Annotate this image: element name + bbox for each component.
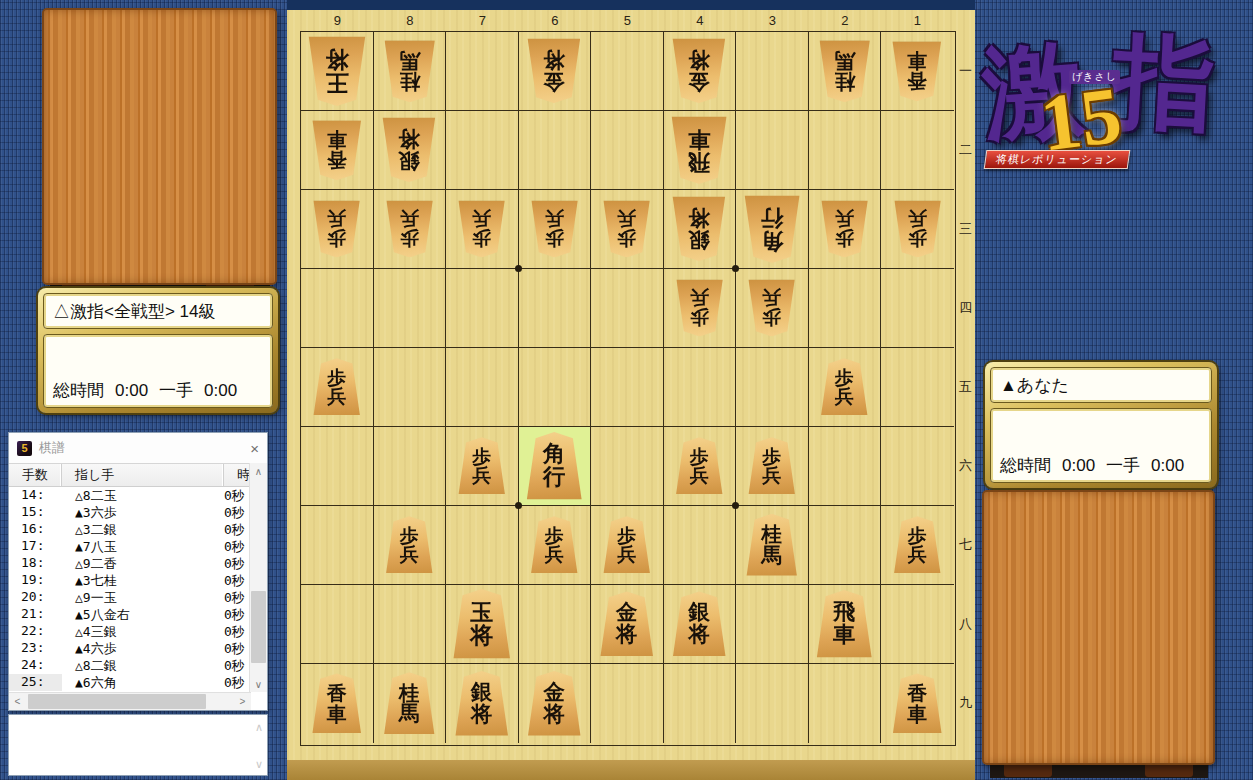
square-3六[interactable]: 歩兵 bbox=[736, 427, 809, 506]
piece-sente-銀将[interactable]: 銀将 bbox=[671, 591, 727, 656]
sente-komadai-foot-right bbox=[1145, 764, 1193, 777]
square-3七[interactable]: 桂馬 bbox=[736, 506, 809, 585]
square-7五[interactable] bbox=[446, 348, 519, 427]
vertical-scroll-thumb[interactable] bbox=[251, 591, 266, 663]
file-labels: 987654321 bbox=[301, 11, 954, 30]
square-6九[interactable]: 金将 bbox=[519, 664, 592, 743]
sente-total-time-value: 0:00 bbox=[1062, 456, 1095, 476]
square-3二[interactable] bbox=[736, 111, 809, 190]
gote-komadai[interactable] bbox=[42, 8, 277, 285]
square-4二[interactable]: 飛車 bbox=[664, 111, 737, 190]
square-8四[interactable] bbox=[374, 269, 447, 348]
gote-player-panel: △激指<全戦型> 14級 総時間 0:00 一手 0:00 bbox=[38, 288, 278, 413]
square-1一[interactable]: 香車 bbox=[881, 32, 954, 111]
square-8七[interactable]: 歩兵 bbox=[374, 506, 447, 585]
shogi-board: 987654321 一二三四五六七八九 王将桂馬金将金将桂馬香車香車銀将飛車歩兵… bbox=[287, 10, 975, 760]
sente-komadai-foot-left bbox=[1004, 764, 1052, 777]
kifu-row-25[interactable]: 25:▲6六角0秒 bbox=[9, 674, 267, 691]
kifu-table-header: 手数 指し手 時間 bbox=[9, 463, 267, 487]
square-1七[interactable]: 歩兵 bbox=[881, 506, 954, 585]
square-8八[interactable] bbox=[374, 585, 447, 664]
square-7三[interactable]: 歩兵 bbox=[446, 190, 519, 269]
scroll-down-icon[interactable]: ∨ bbox=[250, 676, 267, 692]
file-label-4: 4 bbox=[664, 11, 737, 30]
square-7九[interactable]: 銀将 bbox=[446, 664, 519, 743]
rank-label-三: 三 bbox=[956, 189, 975, 268]
square-6七[interactable]: 歩兵 bbox=[519, 506, 592, 585]
piece-sente-銀将[interactable]: 銀将 bbox=[454, 671, 510, 736]
square-3一[interactable] bbox=[736, 32, 809, 111]
hoshi-dot bbox=[732, 502, 739, 509]
square-4七[interactable] bbox=[664, 506, 737, 585]
gekisashi-15-logo: 激 指 げきさし 15 将棋レボリューション bbox=[983, 18, 1253, 178]
board-column: 987654321 一二三四五六七八九 王将桂馬金将金将桂馬香車香車銀将飛車歩兵… bbox=[287, 0, 975, 780]
square-2六[interactable] bbox=[809, 427, 882, 506]
file-label-2: 2 bbox=[809, 11, 882, 30]
square-7六[interactable]: 歩兵 bbox=[446, 427, 519, 506]
piece-gote-銀将[interactable]: 銀将 bbox=[381, 117, 437, 182]
kifu-row-14[interactable]: 14:△8二玉0秒 bbox=[9, 487, 267, 504]
scroll-right-icon[interactable]: > bbox=[234, 693, 251, 710]
piece-gote-角行[interactable]: 角行 bbox=[743, 195, 801, 263]
square-9五[interactable]: 歩兵 bbox=[301, 348, 374, 427]
piece-gote-歩兵[interactable]: 歩兵 bbox=[602, 200, 651, 257]
square-2八[interactable]: 飛車 bbox=[809, 585, 882, 664]
rank-label-六: 六 bbox=[956, 426, 975, 505]
square-4八[interactable]: 銀将 bbox=[664, 585, 737, 664]
kifu-titlebar[interactable]: 5 棋譜 × bbox=[9, 433, 267, 463]
sente-move-time-label: 一手 bbox=[1106, 454, 1140, 477]
rank-label-一: 一 bbox=[956, 31, 975, 110]
piece-sente-歩兵[interactable]: 歩兵 bbox=[675, 437, 724, 494]
piece-gote-歩兵[interactable]: 歩兵 bbox=[457, 200, 506, 257]
piece-sente-桂馬[interactable]: 桂馬 bbox=[745, 514, 798, 576]
square-8五[interactable] bbox=[374, 348, 447, 427]
piece-sente-香車[interactable]: 香車 bbox=[891, 673, 943, 733]
kifu-row-16[interactable]: 16:△3二銀0秒 bbox=[9, 521, 267, 538]
piece-sente-金将[interactable]: 金将 bbox=[599, 591, 655, 656]
square-9二[interactable]: 香車 bbox=[301, 111, 374, 190]
square-6六[interactable]: 角行 bbox=[519, 427, 592, 506]
comment-scroll-down-icon[interactable]: ∨ bbox=[255, 758, 263, 771]
sente-komadai[interactable] bbox=[982, 490, 1215, 765]
piece-gote-香車[interactable]: 香車 bbox=[311, 120, 363, 180]
board-grid-frame: 王将桂馬金将金将桂馬香車香車銀将飛車歩兵歩兵歩兵歩兵歩兵銀将角行歩兵歩兵歩兵歩兵… bbox=[300, 31, 956, 746]
piece-gote-飛車[interactable]: 飛車 bbox=[670, 116, 728, 184]
piece-sente-香車[interactable]: 香車 bbox=[311, 673, 363, 733]
square-5三[interactable]: 歩兵 bbox=[591, 190, 664, 269]
square-4六[interactable]: 歩兵 bbox=[664, 427, 737, 506]
square-9一[interactable]: 王将 bbox=[301, 32, 374, 111]
square-5九[interactable] bbox=[591, 664, 664, 743]
rank-label-五: 五 bbox=[956, 347, 975, 426]
piece-gote-歩兵[interactable]: 歩兵 bbox=[385, 200, 434, 257]
kifu-col-move[interactable]: 指し手 bbox=[62, 464, 224, 486]
piece-gote-香車[interactable]: 香車 bbox=[891, 41, 943, 101]
sente-player-name: ▲あなた bbox=[990, 367, 1212, 403]
piece-sente-金将[interactable]: 金将 bbox=[526, 671, 582, 736]
kifu-row-22[interactable]: 22:△4三銀0秒 bbox=[9, 623, 267, 640]
square-7七[interactable] bbox=[446, 506, 519, 585]
kifu-vertical-scrollbar[interactable]: ∧ ∨ bbox=[249, 463, 267, 692]
kifu-row-23[interactable]: 23:▲4六歩0秒 bbox=[9, 640, 267, 657]
rank-label-四: 四 bbox=[956, 268, 975, 347]
square-8三[interactable]: 歩兵 bbox=[374, 190, 447, 269]
square-8六[interactable] bbox=[374, 427, 447, 506]
piece-gote-歩兵[interactable]: 歩兵 bbox=[820, 200, 869, 257]
kifu-window-title: 棋譜 bbox=[39, 439, 65, 457]
square-3八[interactable] bbox=[736, 585, 809, 664]
file-label-1: 1 bbox=[881, 11, 954, 30]
rank-label-八: 八 bbox=[956, 584, 975, 663]
square-2七[interactable] bbox=[809, 506, 882, 585]
rank-label-七: 七 bbox=[956, 505, 975, 584]
file-label-7: 7 bbox=[446, 11, 519, 30]
square-8九[interactable]: 桂馬 bbox=[374, 664, 447, 743]
comment-scroll-up-icon[interactable]: ∧ bbox=[255, 721, 263, 734]
piece-sente-歩兵[interactable]: 歩兵 bbox=[893, 516, 942, 573]
square-2三[interactable]: 歩兵 bbox=[809, 190, 882, 269]
kifu-row-15[interactable]: 15:▲3六歩0秒 bbox=[9, 504, 267, 521]
square-1二[interactable] bbox=[881, 111, 954, 190]
square-2二[interactable] bbox=[809, 111, 882, 190]
piece-gote-王将[interactable]: 王将 bbox=[307, 36, 367, 106]
piece-gote-歩兵[interactable]: 歩兵 bbox=[530, 200, 579, 257]
kifu-col-moveno[interactable]: 手数 bbox=[9, 464, 62, 486]
square-1八[interactable] bbox=[881, 585, 954, 664]
square-9三[interactable]: 歩兵 bbox=[301, 190, 374, 269]
square-4四[interactable]: 歩兵 bbox=[664, 269, 737, 348]
square-7八[interactable]: 玉将 bbox=[446, 585, 519, 664]
piece-gote-金将[interactable]: 金将 bbox=[526, 38, 582, 103]
square-1五[interactable] bbox=[881, 348, 954, 427]
gote-move-time-value: 0:00 bbox=[204, 381, 237, 401]
square-1九[interactable]: 香車 bbox=[881, 664, 954, 743]
file-label-8: 8 bbox=[374, 11, 447, 30]
piece-sente-玉将[interactable]: 玉将 bbox=[452, 589, 512, 659]
square-9九[interactable]: 香車 bbox=[301, 664, 374, 743]
gote-move-time-label: 一手 bbox=[159, 379, 193, 402]
piece-gote-桂馬[interactable]: 桂馬 bbox=[818, 40, 871, 102]
gekisashi-app-icon: 5 bbox=[17, 441, 32, 456]
piece-gote-桂馬[interactable]: 桂馬 bbox=[383, 40, 436, 102]
piece-sente-歩兵[interactable]: 歩兵 bbox=[602, 516, 651, 573]
square-6八[interactable] bbox=[519, 585, 592, 664]
gote-total-time-label: 総時間 bbox=[53, 379, 104, 402]
piece-sente-角行[interactable]: 角行 bbox=[525, 432, 583, 500]
kifu-row-19[interactable]: 19:▲3七桂0秒 bbox=[9, 572, 267, 589]
square-4五[interactable] bbox=[664, 348, 737, 427]
square-1四[interactable] bbox=[881, 269, 954, 348]
sente-player-panel: ▲あなた 総時間 0:00 一手 0:00 bbox=[985, 362, 1217, 488]
piece-sente-歩兵[interactable]: 歩兵 bbox=[820, 358, 869, 415]
square-6三[interactable]: 歩兵 bbox=[519, 190, 592, 269]
sente-clock: 総時間 0:00 一手 0:00 bbox=[990, 408, 1212, 483]
square-6四[interactable] bbox=[519, 269, 592, 348]
square-5二[interactable] bbox=[591, 111, 664, 190]
square-3四[interactable]: 歩兵 bbox=[736, 269, 809, 348]
piece-sente-歩兵[interactable]: 歩兵 bbox=[385, 516, 434, 573]
scroll-left-icon[interactable]: < bbox=[9, 693, 26, 710]
square-7一[interactable] bbox=[446, 32, 519, 111]
piece-gote-歩兵[interactable]: 歩兵 bbox=[747, 279, 796, 336]
shogi-board-grid: 王将桂馬金将金将桂馬香車香車銀将飛車歩兵歩兵歩兵歩兵歩兵銀将角行歩兵歩兵歩兵歩兵… bbox=[301, 32, 955, 743]
rank-labels: 一二三四五六七八九 bbox=[956, 31, 975, 742]
square-7二[interactable] bbox=[446, 111, 519, 190]
square-4九[interactable] bbox=[664, 664, 737, 743]
square-5五[interactable] bbox=[591, 348, 664, 427]
hoshi-dot bbox=[515, 502, 522, 509]
square-6二[interactable] bbox=[519, 111, 592, 190]
hoshi-dot bbox=[732, 265, 739, 272]
close-icon[interactable]: × bbox=[250, 441, 259, 456]
piece-gote-金将[interactable]: 金将 bbox=[671, 38, 727, 103]
sente-total-time-label: 総時間 bbox=[1000, 454, 1051, 477]
square-2四[interactable] bbox=[809, 269, 882, 348]
piece-gote-歩兵[interactable]: 歩兵 bbox=[893, 200, 942, 257]
square-6一[interactable]: 金将 bbox=[519, 32, 592, 111]
square-1六[interactable] bbox=[881, 427, 954, 506]
horizontal-scroll-thumb[interactable] bbox=[28, 694, 206, 709]
piece-sente-歩兵[interactable]: 歩兵 bbox=[747, 437, 796, 494]
kifu-horizontal-scrollbar[interactable]: < > bbox=[9, 692, 251, 710]
square-9六[interactable] bbox=[301, 427, 374, 506]
logo-kanji-right: 指 bbox=[1109, 13, 1218, 155]
rank-label-二: 二 bbox=[956, 110, 975, 189]
square-5一[interactable] bbox=[591, 32, 664, 111]
kifu-window: 5 棋譜 × 手数 指し手 時間 14:△8二玉0秒15:▲3六歩0秒16:△3… bbox=[8, 432, 268, 711]
kifu-row-24[interactable]: 24:△8二銀0秒 bbox=[9, 657, 267, 674]
kifu-move-list: 14:△8二玉0秒15:▲3六歩0秒16:△3二銀0秒17:▲7八玉0秒18:△… bbox=[9, 487, 267, 691]
kifu-row-17[interactable]: 17:▲7八玉0秒 bbox=[9, 538, 267, 555]
gote-player-name: △激指<全戦型> 14級 bbox=[43, 293, 273, 329]
rank-label-九: 九 bbox=[956, 663, 975, 742]
square-7四[interactable] bbox=[446, 269, 519, 348]
square-3五[interactable] bbox=[736, 348, 809, 427]
square-4一[interactable]: 金将 bbox=[664, 32, 737, 111]
file-label-5: 5 bbox=[591, 11, 664, 30]
square-5八[interactable]: 金将 bbox=[591, 585, 664, 664]
square-1三[interactable]: 歩兵 bbox=[881, 190, 954, 269]
square-8一[interactable]: 桂馬 bbox=[374, 32, 447, 111]
piece-sente-桂馬[interactable]: 桂馬 bbox=[383, 672, 436, 734]
sente-move-time-value: 0:00 bbox=[1151, 456, 1184, 476]
square-4三[interactable]: 銀将 bbox=[664, 190, 737, 269]
square-9四[interactable] bbox=[301, 269, 374, 348]
square-9八[interactable] bbox=[301, 585, 374, 664]
kifu-row-20[interactable]: 20:△9一玉0秒 bbox=[9, 589, 267, 606]
square-5七[interactable]: 歩兵 bbox=[591, 506, 664, 585]
file-label-9: 9 bbox=[301, 11, 374, 30]
piece-gote-銀将[interactable]: 銀将 bbox=[671, 196, 727, 261]
piece-sente-飛車[interactable]: 飛車 bbox=[815, 590, 873, 658]
gote-clock: 総時間 0:00 一手 0:00 bbox=[43, 334, 273, 408]
kifu-comment-box[interactable]: ∧ ∨ bbox=[8, 714, 268, 776]
square-5六[interactable] bbox=[591, 427, 664, 506]
piece-gote-歩兵[interactable]: 歩兵 bbox=[675, 279, 724, 336]
hoshi-dot bbox=[515, 265, 522, 272]
piece-gote-歩兵[interactable]: 歩兵 bbox=[312, 200, 361, 257]
square-3九[interactable] bbox=[736, 664, 809, 743]
gote-total-time-value: 0:00 bbox=[115, 381, 148, 401]
square-6五[interactable] bbox=[519, 348, 592, 427]
square-2五[interactable]: 歩兵 bbox=[809, 348, 882, 427]
square-5四[interactable] bbox=[591, 269, 664, 348]
kifu-row-18[interactable]: 18:△9二香0秒 bbox=[9, 555, 267, 572]
piece-sente-歩兵[interactable]: 歩兵 bbox=[530, 516, 579, 573]
file-label-6: 6 bbox=[519, 11, 592, 30]
scroll-up-icon[interactable]: ∧ bbox=[250, 463, 267, 479]
square-3三[interactable]: 角行 bbox=[736, 190, 809, 269]
app-window: △激指<全戦型> 14級 総時間 0:00 一手 0:00 5 棋譜 × 手数 … bbox=[0, 0, 1253, 780]
file-label-3: 3 bbox=[736, 11, 809, 30]
logo-banner: 将棋レボリューション bbox=[984, 150, 1130, 169]
square-2九[interactable] bbox=[809, 664, 882, 743]
square-9七[interactable] bbox=[301, 506, 374, 585]
piece-sente-歩兵[interactable]: 歩兵 bbox=[312, 358, 361, 415]
square-2一[interactable]: 桂馬 bbox=[809, 32, 882, 111]
board-bottom-edge bbox=[287, 760, 975, 780]
piece-sente-歩兵[interactable]: 歩兵 bbox=[457, 437, 506, 494]
kifu-row-21[interactable]: 21:▲5八金右0秒 bbox=[9, 606, 267, 623]
square-8二[interactable]: 銀将 bbox=[374, 111, 447, 190]
